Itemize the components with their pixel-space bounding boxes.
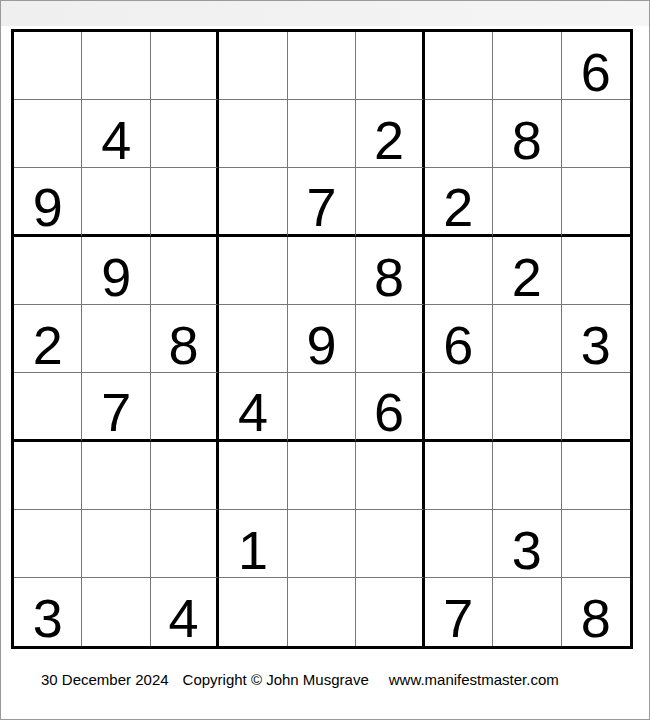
sudoku-cell-r3c3[interactable] (151, 168, 219, 237)
sudoku-cell-r1c5[interactable] (288, 32, 356, 100)
sudoku-cell-r6c6[interactable]: 6 (356, 373, 424, 442)
sudoku-cell-r1c3[interactable] (151, 32, 219, 100)
sudoku-cell-r1c4[interactable] (219, 32, 287, 100)
sudoku-cell-r4c7[interactable] (425, 237, 493, 305)
sudoku-cell-r1c7[interactable] (425, 32, 493, 100)
sudoku-cell-r1c6[interactable] (356, 32, 424, 100)
sudoku-cell-r4c1[interactable] (14, 237, 82, 305)
sudoku-cell-r3c2[interactable] (82, 168, 150, 237)
footer: 30 December 2024Copyright © John Musgrav… (41, 670, 559, 690)
sudoku-cell-r6c8[interactable] (493, 373, 561, 442)
sudoku-cell-r3c5[interactable]: 7 (288, 168, 356, 237)
sudoku-cell-r4c5[interactable] (288, 237, 356, 305)
sudoku-cell-r3c1[interactable]: 9 (14, 168, 82, 237)
sudoku-cell-r7c5[interactable] (288, 442, 356, 510)
sudoku-cell-r7c1[interactable] (14, 442, 82, 510)
sudoku-cell-r9c8[interactable] (493, 578, 561, 646)
sudoku-cell-r6c5[interactable] (288, 373, 356, 442)
sudoku-cell-r9c7[interactable]: 7 (425, 578, 493, 646)
sudoku-cell-r2c9[interactable] (562, 100, 630, 168)
sudoku-cell-r5c7[interactable]: 6 (425, 305, 493, 373)
sudoku-cell-r5c4[interactable] (219, 305, 287, 373)
sudoku-cell-r8c1[interactable] (14, 510, 82, 578)
sudoku-cell-r5c3[interactable]: 8 (151, 305, 219, 373)
sudoku-cell-r1c1[interactable] (14, 32, 82, 100)
sudoku-cell-r6c4[interactable]: 4 (219, 373, 287, 442)
top-band (1, 1, 649, 26)
sudoku-cell-r6c1[interactable] (14, 373, 82, 442)
sudoku-cell-r3c7[interactable]: 2 (425, 168, 493, 237)
sudoku-cell-r9c6[interactable] (356, 578, 424, 646)
sudoku-cell-r8c6[interactable] (356, 510, 424, 578)
sudoku-cell-r5c6[interactable] (356, 305, 424, 373)
sudoku-cell-r8c9[interactable] (562, 510, 630, 578)
sudoku-cell-r4c8[interactable]: 2 (493, 237, 561, 305)
sudoku-cell-r7c9[interactable] (562, 442, 630, 510)
sudoku-cell-r4c2[interactable]: 9 (82, 237, 150, 305)
sudoku-cell-r2c2[interactable]: 4 (82, 100, 150, 168)
sudoku-cell-r6c2[interactable]: 7 (82, 373, 150, 442)
sudoku-board: 642897298228963746133478 (11, 29, 633, 649)
copyright-text: Copyright © John Musgrave (183, 671, 369, 688)
sudoku-cell-r5c5[interactable]: 9 (288, 305, 356, 373)
sudoku-cell-r5c8[interactable] (493, 305, 561, 373)
sudoku-cell-r9c1[interactable]: 3 (14, 578, 82, 646)
sudoku-cell-r1c2[interactable] (82, 32, 150, 100)
sudoku-cell-r8c5[interactable] (288, 510, 356, 578)
sudoku-cell-r4c3[interactable] (151, 237, 219, 305)
sudoku-cell-r4c9[interactable] (562, 237, 630, 305)
sudoku-cell-r3c6[interactable] (356, 168, 424, 237)
sudoku-cell-r7c3[interactable] (151, 442, 219, 510)
sudoku-cell-r9c5[interactable] (288, 578, 356, 646)
sudoku-cell-r2c8[interactable]: 8 (493, 100, 561, 168)
sudoku-cell-r9c9[interactable]: 8 (562, 578, 630, 646)
sudoku-cell-r8c8[interactable]: 3 (493, 510, 561, 578)
sudoku-cell-r7c6[interactable] (356, 442, 424, 510)
sudoku-cell-r4c4[interactable] (219, 237, 287, 305)
sudoku-cell-r9c2[interactable] (82, 578, 150, 646)
sudoku-cell-r3c9[interactable] (562, 168, 630, 237)
sudoku-cell-r6c9[interactable] (562, 373, 630, 442)
sudoku-cell-r2c4[interactable] (219, 100, 287, 168)
sudoku-cell-r7c8[interactable] (493, 442, 561, 510)
sudoku-page: 642897298228963746133478 30 December 202… (0, 0, 650, 720)
sudoku-cell-r5c1[interactable]: 2 (14, 305, 82, 373)
sudoku-cell-r4c6[interactable]: 8 (356, 237, 424, 305)
sudoku-cell-r8c7[interactable] (425, 510, 493, 578)
sudoku-cell-r9c4[interactable] (219, 578, 287, 646)
sudoku-cell-r6c3[interactable] (151, 373, 219, 442)
sudoku-cell-r3c4[interactable] (219, 168, 287, 237)
sudoku-cell-r3c8[interactable] (493, 168, 561, 237)
sudoku-cell-r8c3[interactable] (151, 510, 219, 578)
sudoku-cell-r1c9[interactable]: 6 (562, 32, 630, 100)
sudoku-cell-r8c2[interactable] (82, 510, 150, 578)
sudoku-cell-r2c3[interactable] (151, 100, 219, 168)
sudoku-cell-r6c7[interactable] (425, 373, 493, 442)
sudoku-cell-r5c9[interactable]: 3 (562, 305, 630, 373)
puzzle-date: 30 December 2024 (41, 671, 169, 688)
sudoku-cell-r2c6[interactable]: 2 (356, 100, 424, 168)
sudoku-cell-r7c2[interactable] (82, 442, 150, 510)
website-url: www.manifestmaster.com (389, 671, 559, 688)
sudoku-cell-r2c1[interactable] (14, 100, 82, 168)
sudoku-cell-r1c8[interactable] (493, 32, 561, 100)
sudoku-cell-r2c5[interactable] (288, 100, 356, 168)
sudoku-cell-r8c4[interactable]: 1 (219, 510, 287, 578)
sudoku-cell-r7c7[interactable] (425, 442, 493, 510)
sudoku-cell-r9c3[interactable]: 4 (151, 578, 219, 646)
sudoku-cell-r7c4[interactable] (219, 442, 287, 510)
sudoku-cell-r2c7[interactable] (425, 100, 493, 168)
sudoku-cell-r5c2[interactable] (82, 305, 150, 373)
